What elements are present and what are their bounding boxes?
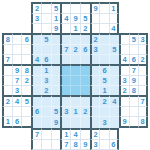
cell-r9c12-empty[interactable] bbox=[109, 85, 119, 95]
void-r13c15 bbox=[138, 128, 148, 139]
cell-r9c6-empty[interactable] bbox=[51, 85, 61, 95]
void-r1c15 bbox=[138, 2, 148, 13]
cell-r11c4-given[interactable]: 6 bbox=[31, 106, 41, 116]
cell-r9c1-empty[interactable] bbox=[2, 85, 12, 95]
cell-r9c10-empty[interactable] bbox=[90, 85, 100, 95]
cell-r12c10-empty[interactable] bbox=[90, 116, 100, 128]
cell-r3c7-empty[interactable] bbox=[60, 23, 70, 33]
cell-r12c11-given[interactable]: 3 bbox=[99, 116, 109, 128]
cell-r4c13-empty[interactable] bbox=[119, 33, 129, 44]
cell-r13c5-empty[interactable] bbox=[41, 128, 51, 139]
void-r15c3 bbox=[21, 149, 31, 150]
cell-r12c6-given[interactable]: 9 bbox=[51, 116, 61, 128]
cell-r7c7-empty[interactable] bbox=[60, 64, 70, 75]
cell-r4c6-empty[interactable] bbox=[51, 33, 61, 44]
cell-r10c2-given[interactable]: 4 bbox=[12, 95, 22, 106]
cell-r2c10-empty[interactable] bbox=[90, 13, 100, 23]
cell-r10c8-empty[interactable] bbox=[70, 95, 80, 106]
cell-r11c1-empty[interactable] bbox=[2, 106, 12, 116]
cell-r11c9-given[interactable]: 2 bbox=[80, 106, 90, 116]
void-r1c14 bbox=[129, 2, 139, 13]
void-r13c2 bbox=[12, 128, 22, 139]
cell-r14c5-empty[interactable] bbox=[41, 139, 51, 149]
cell-r12c5-empty[interactable] bbox=[41, 116, 51, 128]
cell-r9c2-given[interactable]: 3 bbox=[12, 85, 22, 95]
void-r1c1 bbox=[2, 2, 12, 13]
cell-r5c11-empty[interactable] bbox=[99, 44, 109, 54]
cell-r6c10-empty[interactable] bbox=[90, 54, 100, 64]
cell-r4c5-given[interactable]: 5 bbox=[41, 33, 51, 44]
cell-r13c8-given[interactable]: 4 bbox=[70, 128, 80, 139]
cell-r11c6-given[interactable]: 5 bbox=[51, 106, 61, 116]
cell-r9c8-empty[interactable] bbox=[70, 85, 80, 95]
void-r3c2 bbox=[12, 23, 22, 33]
cell-r8c14-given[interactable]: 9 bbox=[129, 75, 139, 85]
cell-r4c7-empty[interactable] bbox=[60, 33, 70, 44]
cell-r14c8-given[interactable]: 8 bbox=[70, 139, 80, 149]
cell-r9c13-given[interactable]: 2 bbox=[119, 85, 129, 95]
cell-r6c1-given[interactable]: 7 bbox=[2, 54, 12, 64]
cell-r12c12-empty[interactable] bbox=[109, 116, 119, 128]
cell-r15c9-empty[interactable] bbox=[80, 149, 90, 150]
void-r3c14 bbox=[129, 23, 139, 33]
void-r13c13 bbox=[119, 128, 129, 139]
cell-r11c13-empty[interactable] bbox=[119, 106, 129, 116]
cell-r1c12-given[interactable]: 1 bbox=[109, 2, 119, 13]
cell-r5c9-given[interactable]: 6 bbox=[80, 44, 90, 54]
cell-r4c1-given[interactable]: 8 bbox=[2, 33, 12, 44]
void-r14c3 bbox=[21, 139, 31, 149]
cell-r14c11-empty[interactable] bbox=[99, 139, 109, 149]
cell-r8c4-empty[interactable] bbox=[31, 75, 41, 85]
cell-r2c6-given[interactable]: 1 bbox=[51, 13, 61, 23]
cell-r2c12-empty[interactable] bbox=[109, 13, 119, 23]
cell-r6c9-empty[interactable] bbox=[80, 54, 90, 64]
void-r1c2 bbox=[12, 2, 22, 13]
void-r15c15 bbox=[138, 149, 148, 150]
cell-r6c6-empty[interactable] bbox=[51, 54, 61, 64]
void-r14c13 bbox=[119, 139, 129, 149]
cell-r5c2-empty[interactable] bbox=[12, 44, 22, 54]
cell-r5c7-given[interactable]: 7 bbox=[60, 44, 70, 54]
cell-r12c9-empty[interactable] bbox=[80, 116, 90, 128]
cell-r8c7-empty[interactable] bbox=[60, 75, 70, 85]
cell-r3c5-empty[interactable] bbox=[41, 23, 51, 33]
cell-r2c8-given[interactable]: 9 bbox=[70, 13, 80, 23]
cell-r3c10-empty[interactable] bbox=[90, 23, 100, 33]
cell-r9c3-empty[interactable] bbox=[21, 85, 31, 95]
void-r14c2 bbox=[12, 139, 22, 149]
cell-r11c5-empty[interactable] bbox=[41, 106, 51, 116]
void-r14c1 bbox=[2, 139, 12, 149]
cell-r14c10-given[interactable]: 3 bbox=[90, 139, 100, 149]
cell-r13c6-empty[interactable] bbox=[51, 128, 61, 139]
void-r13c14 bbox=[129, 128, 139, 139]
cell-r7c15-empty[interactable] bbox=[138, 64, 148, 75]
cell-r10c3-given[interactable]: 5 bbox=[21, 95, 31, 106]
cell-r6c13-given[interactable]: 4 bbox=[119, 54, 129, 64]
cell-r4c9-empty[interactable] bbox=[80, 33, 90, 44]
cell-r11c7-given[interactable]: 3 bbox=[60, 106, 70, 116]
cell-r7c5-given[interactable]: 1 bbox=[41, 64, 51, 75]
cell-r8c2-given[interactable]: 7 bbox=[12, 75, 22, 85]
cell-r6c5-given[interactable]: 6 bbox=[41, 54, 51, 64]
cell-r1c11-empty[interactable] bbox=[99, 2, 109, 13]
cell-r12c3-empty[interactable] bbox=[21, 116, 31, 128]
cell-r8c3-given[interactable]: 2 bbox=[21, 75, 31, 85]
cell-r3c6-given[interactable]: 9 bbox=[51, 23, 61, 33]
cell-r12c2-given[interactable]: 6 bbox=[12, 116, 22, 128]
cell-r9c15-empty[interactable] bbox=[138, 85, 148, 95]
cell-r6c14-given[interactable]: 6 bbox=[129, 54, 139, 64]
cell-r6c15-given[interactable]: 2 bbox=[138, 54, 148, 64]
cell-r5c3-empty[interactable] bbox=[21, 44, 31, 54]
cell-r13c11-empty[interactable] bbox=[99, 128, 109, 139]
void-r14c15 bbox=[138, 139, 148, 149]
cell-r9c7-empty[interactable] bbox=[60, 85, 70, 95]
cell-r1c9-empty[interactable] bbox=[80, 2, 90, 13]
cell-r10c15-given[interactable]: 7 bbox=[138, 95, 148, 106]
cell-r15c10-given[interactable]: 1 bbox=[90, 149, 100, 150]
cell-r8c12-empty[interactable] bbox=[109, 75, 119, 85]
cell-r6c2-empty[interactable] bbox=[12, 54, 22, 64]
cell-r4c4-empty[interactable] bbox=[31, 33, 41, 44]
cell-r11c3-empty[interactable] bbox=[21, 106, 31, 116]
cell-r15c4-given[interactable]: 4 bbox=[31, 149, 41, 150]
cell-r8c10-empty[interactable] bbox=[90, 75, 100, 85]
cell-r7c2-given[interactable]: 9 bbox=[12, 64, 22, 75]
void-r15c1 bbox=[2, 149, 12, 150]
cell-r15c8-empty[interactable] bbox=[70, 149, 80, 150]
void-r14c14 bbox=[129, 139, 139, 149]
cell-r12c4-empty[interactable] bbox=[31, 116, 41, 128]
cell-r11c15-empty[interactable] bbox=[138, 106, 148, 116]
cell-r15c12-given[interactable]: 7 bbox=[109, 149, 119, 150]
cell-r2c4-given[interactable]: 3 bbox=[31, 13, 41, 23]
cell-r8c1-empty[interactable] bbox=[2, 75, 12, 85]
cell-r4c8-empty[interactable] bbox=[70, 33, 80, 44]
cell-r6c7-empty[interactable] bbox=[60, 54, 70, 64]
cell-r7c13-empty[interactable] bbox=[119, 64, 129, 75]
cell-r11c12-empty[interactable] bbox=[109, 106, 119, 116]
cell-r7c4-empty[interactable] bbox=[31, 64, 41, 75]
cell-r12c8-empty[interactable] bbox=[70, 116, 80, 128]
cell-r5c4-empty[interactable] bbox=[31, 44, 41, 54]
cell-r4c12-empty[interactable] bbox=[109, 33, 119, 44]
void-r2c2 bbox=[12, 13, 22, 23]
cell-r15c5-empty[interactable] bbox=[41, 149, 51, 150]
cell-r5c13-empty[interactable] bbox=[119, 44, 129, 54]
cell-r13c10-given[interactable]: 2 bbox=[90, 128, 100, 139]
cell-r14c6-empty[interactable] bbox=[51, 139, 61, 149]
cell-r10c13-empty[interactable] bbox=[119, 95, 129, 106]
cell-r8c9-empty[interactable] bbox=[80, 75, 90, 85]
cell-r12c14-empty[interactable] bbox=[129, 116, 139, 128]
void-r2c1 bbox=[2, 13, 12, 23]
void-r15c14 bbox=[129, 149, 139, 150]
cell-r13c12-empty[interactable] bbox=[109, 128, 119, 139]
cell-r9c11-given[interactable]: 1 bbox=[99, 85, 109, 95]
cell-r13c9-empty[interactable] bbox=[80, 128, 90, 139]
cell-r1c8-empty[interactable] bbox=[70, 2, 80, 13]
cell-r12c15-given[interactable]: 8 bbox=[138, 116, 148, 128]
void-r3c1 bbox=[2, 23, 12, 33]
void-r1c3 bbox=[21, 2, 31, 13]
cell-r4c2-empty[interactable] bbox=[12, 33, 22, 44]
cell-r15c6-given[interactable]: 3 bbox=[51, 149, 61, 150]
cell-r7c1-empty[interactable] bbox=[2, 64, 12, 75]
cell-r7c14-given[interactable]: 7 bbox=[129, 64, 139, 75]
cell-r6c4-given[interactable]: 4 bbox=[31, 54, 41, 64]
cell-r10c5-empty[interactable] bbox=[41, 95, 51, 106]
cell-r5c1-empty[interactable] bbox=[2, 44, 12, 54]
cell-r7c9-empty[interactable] bbox=[80, 64, 90, 75]
cell-r9c14-given[interactable]: 8 bbox=[129, 85, 139, 95]
cell-r11c10-empty[interactable] bbox=[90, 106, 100, 116]
cell-r10c4-empty[interactable] bbox=[31, 95, 41, 106]
cell-r6c11-empty[interactable] bbox=[99, 54, 109, 64]
cell-r14c7-given[interactable]: 7 bbox=[60, 139, 70, 149]
void-r3c15 bbox=[138, 23, 148, 33]
cell-r12c13-given[interactable]: 9 bbox=[119, 116, 129, 128]
cell-r7c11-given[interactable]: 6 bbox=[99, 64, 109, 75]
void-r13c3 bbox=[21, 128, 31, 139]
cell-r5c6-empty[interactable] bbox=[51, 44, 61, 54]
cell-r10c11-given[interactable]: 2 bbox=[99, 95, 109, 106]
cell-r7c3-given[interactable]: 8 bbox=[21, 64, 31, 75]
cell-r12c1-given[interactable]: 1 bbox=[2, 116, 12, 128]
cell-r14c9-given[interactable]: 9 bbox=[80, 139, 90, 149]
cell-r1c6-given[interactable]: 5 bbox=[51, 2, 61, 13]
cell-r2c9-given[interactable]: 5 bbox=[80, 13, 90, 23]
cell-r11c11-empty[interactable] bbox=[99, 106, 109, 116]
void-r3c3 bbox=[21, 23, 31, 33]
cell-r10c6-empty[interactable] bbox=[51, 95, 61, 106]
cell-r10c9-empty[interactable] bbox=[80, 95, 90, 106]
cell-r2c11-empty[interactable] bbox=[99, 13, 109, 23]
cell-r9c5-given[interactable]: 2 bbox=[41, 85, 51, 95]
cell-r7c6-empty[interactable] bbox=[51, 64, 61, 75]
cell-r7c10-empty[interactable] bbox=[90, 64, 100, 75]
cell-r7c8-empty[interactable] bbox=[70, 64, 80, 75]
cell-r5c5-empty[interactable] bbox=[41, 44, 51, 54]
cell-r14c12-given[interactable]: 6 bbox=[109, 139, 119, 149]
cell-r2c5-empty[interactable] bbox=[41, 13, 51, 23]
cell-r2c7-given[interactable]: 4 bbox=[60, 13, 70, 23]
void-r15c2 bbox=[12, 149, 22, 150]
cell-r8c5-given[interactable]: 3 bbox=[41, 75, 51, 85]
void-r1c13 bbox=[119, 2, 129, 13]
cell-r6c8-empty[interactable] bbox=[70, 54, 80, 64]
cell-r5c12-given[interactable]: 5 bbox=[109, 44, 119, 54]
cell-r7c12-empty[interactable] bbox=[109, 64, 119, 75]
cell-r4c14-given[interactable]: 5 bbox=[129, 33, 139, 44]
cell-r15c11-empty[interactable] bbox=[99, 149, 109, 150]
sudoku-board: 2591314959124865253726357464629816772353… bbox=[2, 2, 148, 148]
cell-r5c14-empty[interactable] bbox=[129, 44, 139, 54]
cell-r4c11-empty[interactable] bbox=[99, 33, 109, 44]
cell-r13c7-given[interactable]: 1 bbox=[60, 128, 70, 139]
cell-r10c1-given[interactable]: 2 bbox=[2, 95, 12, 106]
cell-r3c11-empty[interactable] bbox=[99, 23, 109, 33]
cell-r3c4-empty[interactable] bbox=[31, 23, 41, 33]
cell-r3c9-given[interactable]: 2 bbox=[80, 23, 90, 33]
flower-sudoku-screenshot: 2591314959124865253726357464629816772353… bbox=[0, 0, 150, 150]
cell-r4c10-given[interactable]: 2 bbox=[90, 33, 100, 44]
cell-r8c13-given[interactable]: 3 bbox=[119, 75, 129, 85]
void-r15c13 bbox=[119, 149, 129, 150]
cell-r5c15-empty[interactable] bbox=[138, 44, 148, 54]
cell-r5c8-given[interactable]: 2 bbox=[70, 44, 80, 54]
cell-r9c4-empty[interactable] bbox=[31, 85, 41, 95]
cell-r3c12-given[interactable]: 4 bbox=[109, 23, 119, 33]
cell-r10c12-given[interactable]: 4 bbox=[109, 95, 119, 106]
cell-r1c7-empty[interactable] bbox=[60, 2, 70, 13]
void-r2c3 bbox=[21, 13, 31, 23]
cell-r4c3-given[interactable]: 6 bbox=[21, 33, 31, 44]
cell-r11c2-empty[interactable] bbox=[12, 106, 22, 116]
cell-r13c4-given[interactable]: 7 bbox=[31, 128, 41, 139]
cell-r4c15-given[interactable]: 3 bbox=[138, 33, 148, 44]
cell-r8c11-given[interactable]: 5 bbox=[99, 75, 109, 85]
cell-r10c14-empty[interactable] bbox=[129, 95, 139, 106]
void-r13c1 bbox=[2, 128, 12, 139]
cell-r1c4-given[interactable]: 2 bbox=[31, 2, 41, 13]
cell-r5c10-given[interactable]: 3 bbox=[90, 44, 100, 54]
cell-r1c10-given[interactable]: 9 bbox=[90, 2, 100, 13]
cell-r1c5-empty[interactable] bbox=[41, 2, 51, 13]
cell-r8c6-empty[interactable] bbox=[51, 75, 61, 85]
cell-r6c12-empty[interactable] bbox=[109, 54, 119, 64]
cell-r10c7-empty[interactable] bbox=[60, 95, 70, 106]
cell-r12c7-empty[interactable] bbox=[60, 116, 70, 128]
cell-r10c10-empty[interactable] bbox=[90, 95, 100, 106]
cell-r11c8-given[interactable]: 1 bbox=[70, 106, 80, 116]
cell-r9c9-empty[interactable] bbox=[80, 85, 90, 95]
cell-r15c7-empty[interactable] bbox=[60, 149, 70, 150]
void-r2c14 bbox=[129, 13, 139, 23]
void-r2c15 bbox=[138, 13, 148, 23]
cell-r11c14-empty[interactable] bbox=[129, 106, 139, 116]
cell-r3c8-given[interactable]: 1 bbox=[70, 23, 80, 33]
cell-r6c3-empty[interactable] bbox=[21, 54, 31, 64]
cell-r8c15-empty[interactable] bbox=[138, 75, 148, 85]
void-r2c13 bbox=[119, 13, 129, 23]
void-r3c13 bbox=[119, 23, 129, 33]
cell-r8c8-empty[interactable] bbox=[70, 75, 80, 85]
cell-r14c4-empty[interactable] bbox=[31, 139, 41, 149]
